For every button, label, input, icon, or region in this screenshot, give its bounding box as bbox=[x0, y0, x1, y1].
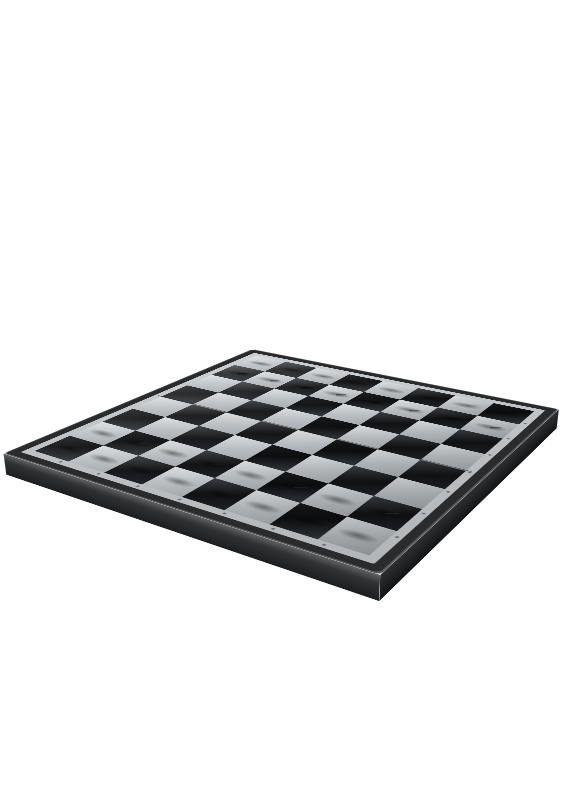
rivet-dot bbox=[446, 491, 451, 493]
rivet-dot bbox=[321, 543, 326, 546]
rivet-dot bbox=[421, 512, 426, 514]
chess-board: ♜♞♝♛♚♝♞♜♟♟♟♟♟♟♟♟♟♟♟♟♟♟♟♟♜♞♝♛♚♝♞♜ bbox=[3, 349, 558, 575]
rivet-dot bbox=[523, 423, 527, 425]
rivet-dot bbox=[270, 527, 275, 530]
chess-set-photo: ♜♞♝♛♚♝♞♜♟♟♟♟♟♟♟♟♟♟♟♟♟♟♟♟♜♞♝♛♚♝♞♜ bbox=[0, 0, 587, 800]
rivet-dot bbox=[135, 485, 140, 487]
rivet-dot bbox=[468, 472, 472, 474]
rivet-dot bbox=[177, 498, 182, 500]
rivet-dot bbox=[506, 438, 510, 440]
rivet-dot bbox=[222, 512, 227, 514]
rivet-dot bbox=[488, 454, 492, 456]
rivet-dot bbox=[395, 536, 400, 539]
rivet-dot bbox=[58, 461, 63, 463]
photo-scene: ♜♞♝♛♚♝♞♜♟♟♟♟♟♟♟♟♟♟♟♟♟♟♟♟♜♞♝♛♚♝♞♜ bbox=[18, 150, 578, 710]
white-rook-glyph: ♜ bbox=[330, 480, 385, 542]
rivet-dot bbox=[96, 473, 101, 475]
